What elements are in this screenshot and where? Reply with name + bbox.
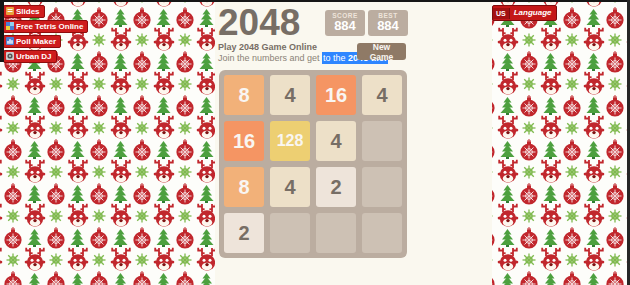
- reindeer-icon: [63, 69, 93, 99]
- snowflake-icon: [608, 77, 622, 91]
- empty-cell: [270, 213, 310, 253]
- snowflake-icon: [92, 165, 106, 179]
- reindeer-icon: [63, 157, 93, 187]
- sidebar-link-label: Slides: [16, 7, 40, 16]
- new-game-button[interactable]: New Game: [357, 43, 406, 60]
- snowflake-icon: [565, 253, 579, 267]
- tile-2: 2: [316, 167, 356, 207]
- us-flag-icon: US: [493, 8, 510, 19]
- reindeer-icon: [149, 201, 179, 231]
- snowflake-icon: [522, 33, 536, 47]
- score-box: SCORE 884: [325, 10, 365, 36]
- tree-icon: [500, 273, 515, 285]
- snowflake-icon: [49, 121, 63, 135]
- bauble-icon: [519, 271, 539, 285]
- empty-cell: [362, 121, 402, 161]
- snowflake-icon: [608, 33, 622, 47]
- snowflake-icon: [178, 33, 192, 47]
- slides-icon: [6, 7, 14, 17]
- reindeer-icon: [20, 201, 50, 231]
- bauble-icon: [175, 271, 195, 285]
- snowflake-icon: [608, 253, 622, 267]
- snowflake-icon: [92, 121, 106, 135]
- intro-heading: Play 2048 Game Online: [218, 42, 317, 52]
- snowflake-icon: [92, 77, 106, 91]
- reindeer-icon: [149, 25, 179, 55]
- reindeer-icon: [579, 157, 609, 187]
- game-panel: 2048 SCORE 884 BEST 884 Play 2048 Game O…: [215, 0, 492, 285]
- reindeer-icon: [149, 245, 179, 275]
- tile-4: 4: [270, 75, 310, 115]
- snowflake-icon: [92, 209, 106, 223]
- tile-4: 4: [270, 167, 310, 207]
- reindeer-icon: [493, 201, 523, 231]
- snowflake-icon: [49, 253, 63, 267]
- snowflake-icon: [522, 253, 536, 267]
- snowflake-icon: [178, 121, 192, 135]
- snowflake-icon: [522, 121, 536, 135]
- snowflake-icon: [608, 121, 622, 135]
- snowflake-icon: [608, 165, 622, 179]
- bauble-icon: [605, 271, 625, 285]
- empty-cell: [316, 213, 356, 253]
- score-value: 884: [334, 19, 356, 33]
- snowflake-icon: [135, 165, 149, 179]
- sidebar-link-urban-dj[interactable]: Urban DJ: [3, 50, 57, 63]
- bauble-icon: [3, 271, 23, 285]
- snowflake-icon: [135, 77, 149, 91]
- tetris-icon: [6, 22, 14, 32]
- snowflake-icon: [135, 209, 149, 223]
- reindeer-icon: [493, 245, 523, 275]
- tree-icon: [156, 273, 171, 285]
- snowflake-icon: [135, 33, 149, 47]
- window-top-edge: [0, 0, 630, 2]
- sidebar-link-slides[interactable]: Slides: [3, 5, 45, 18]
- page-title: 2048: [218, 4, 300, 41]
- tile-8: 8: [224, 167, 264, 207]
- reindeer-icon: [20, 69, 50, 99]
- snowflake-icon: [565, 209, 579, 223]
- sidebar-links: SlidesFree Tetris OnlinePoll MakerUrban …: [3, 5, 88, 63]
- snowflake-icon: [49, 209, 63, 223]
- tree-icon: [27, 273, 42, 285]
- reindeer-icon: [20, 245, 50, 275]
- empty-cell: [362, 213, 402, 253]
- reindeer-icon: [536, 113, 566, 143]
- bauble-icon: [46, 271, 66, 285]
- snowflake-icon: [178, 253, 192, 267]
- sidebar-link-label: Free Tetris Online: [16, 22, 83, 31]
- subtitle-plain: Join the numbers and get: [218, 53, 322, 63]
- reindeer-icon: [20, 157, 50, 187]
- reindeer-icon: [579, 113, 609, 143]
- reindeer-icon: [536, 157, 566, 187]
- tree-icon: [199, 273, 214, 285]
- reindeer-icon: [579, 25, 609, 55]
- reindeer-icon: [493, 157, 523, 187]
- reindeer-icon: [536, 245, 566, 275]
- sidebar-link-label: Urban DJ: [16, 52, 52, 61]
- reindeer-icon: [106, 201, 136, 231]
- reindeer-icon: [149, 69, 179, 99]
- reindeer-icon: [20, 113, 50, 143]
- snowflake-icon: [178, 77, 192, 91]
- snowflake-icon: [6, 209, 20, 223]
- window-left-edge: [0, 0, 4, 62]
- snowflake-icon: [178, 209, 192, 223]
- snowflake-icon: [6, 253, 20, 267]
- snowflake-icon: [135, 253, 149, 267]
- reindeer-icon: [106, 157, 136, 187]
- reindeer-icon: [106, 69, 136, 99]
- dj-icon: [6, 52, 14, 62]
- reindeer-icon: [106, 245, 136, 275]
- snowflake-icon: [522, 77, 536, 91]
- snowflake-icon: [608, 209, 622, 223]
- snowflake-icon: [178, 165, 192, 179]
- score-container: SCORE 884 BEST 884: [325, 10, 408, 36]
- bauble-icon: [562, 271, 582, 285]
- sidebar-link-free-tetris-online[interactable]: Free Tetris Online: [3, 20, 88, 33]
- poll-icon: [6, 37, 14, 47]
- snowflake-icon: [565, 33, 579, 47]
- best-box: BEST 884: [368, 10, 408, 36]
- tree-icon: [543, 273, 558, 285]
- bauble-icon: [89, 271, 109, 285]
- best-value: 884: [377, 19, 399, 33]
- reindeer-icon: [579, 245, 609, 275]
- tree-icon: [113, 273, 128, 285]
- page: SlidesFree Tetris OnlinePoll MakerUrban …: [0, 0, 630, 285]
- reindeer-icon: [536, 25, 566, 55]
- snowflake-icon: [565, 165, 579, 179]
- language-label: Language: [510, 9, 556, 17]
- tile-16: 16: [316, 75, 356, 115]
- empty-cell: [362, 167, 402, 207]
- language-button[interactable]: US Language: [492, 5, 557, 21]
- reindeer-icon: [493, 25, 523, 55]
- snowflake-icon: [522, 209, 536, 223]
- reindeer-icon: [536, 69, 566, 99]
- snowflake-icon: [135, 121, 149, 135]
- snowflake-icon: [6, 165, 20, 179]
- reindeer-icon: [536, 201, 566, 231]
- reindeer-icon: [149, 113, 179, 143]
- tile-128: 128: [270, 121, 310, 161]
- snowflake-icon: [6, 121, 20, 135]
- snowflake-icon: [522, 165, 536, 179]
- sidebar-link-poll-maker[interactable]: Poll Maker: [3, 35, 61, 48]
- tile-2: 2: [224, 213, 264, 253]
- reindeer-icon: [579, 201, 609, 231]
- reindeer-icon: [63, 245, 93, 275]
- snowflake-icon: [565, 77, 579, 91]
- board-grid: 841641612848422: [219, 70, 407, 258]
- snowflake-icon: [6, 77, 20, 91]
- reindeer-icon: [63, 113, 93, 143]
- snowflake-icon: [565, 121, 579, 135]
- tile-16: 16: [224, 121, 264, 161]
- reindeer-icon: [149, 157, 179, 187]
- snowflake-icon: [92, 33, 106, 47]
- snowflake-icon: [49, 165, 63, 179]
- tile-4: 4: [316, 121, 356, 161]
- tile-4: 4: [362, 75, 402, 115]
- tile-8: 8: [224, 75, 264, 115]
- reindeer-icon: [579, 69, 609, 99]
- snowflake-icon: [92, 253, 106, 267]
- tree-icon: [586, 273, 601, 285]
- reindeer-icon: [63, 201, 93, 231]
- snowflake-icon: [49, 77, 63, 91]
- reindeer-icon: [106, 113, 136, 143]
- reindeer-icon: [493, 113, 523, 143]
- sidebar-link-label: Poll Maker: [16, 37, 56, 46]
- tree-icon: [70, 273, 85, 285]
- bauble-icon: [132, 271, 152, 285]
- reindeer-icon: [106, 25, 136, 55]
- reindeer-icon: [493, 69, 523, 99]
